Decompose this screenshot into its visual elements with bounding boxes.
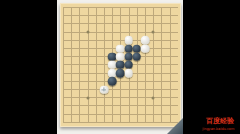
gomoku-board[interactable] bbox=[60, 3, 181, 127]
watermark: 百度经验 jingyan.baidu.com bbox=[179, 118, 234, 132]
star-point bbox=[86, 96, 89, 99]
screenshot-stage: 百度经验 jingyan.baidu.com bbox=[0, 0, 240, 134]
last-move-marker bbox=[102, 87, 107, 92]
watermark-url-text: jingyan.baidu.com bbox=[202, 127, 234, 131]
black-stone bbox=[133, 52, 142, 61]
white-stone bbox=[124, 69, 133, 78]
white-stone bbox=[100, 85, 109, 94]
watermark-brand-text: 百度经验 bbox=[179, 118, 234, 125]
star-point bbox=[152, 31, 155, 34]
app-background bbox=[57, 0, 183, 134]
black-stone bbox=[108, 77, 117, 86]
white-stone bbox=[141, 44, 150, 53]
board-grid[interactable] bbox=[63, 7, 179, 123]
star-point bbox=[152, 96, 155, 99]
star-point bbox=[86, 31, 89, 34]
